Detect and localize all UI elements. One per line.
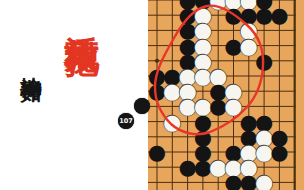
board-point bbox=[226, 68, 241, 83]
board-point: ● bbox=[226, 159, 241, 174]
board-point: ● bbox=[256, 53, 271, 68]
board-point: ● bbox=[149, 68, 164, 83]
board-point: ● bbox=[180, 8, 195, 23]
board-point bbox=[287, 8, 302, 23]
board-grid: ●●●●●●●●●●●●●●●●●●●●●●●●●●●●●●●●●●●●●●●●… bbox=[149, 0, 302, 190]
text-panel: 把死棋救活 如何稀里糊涂地 bbox=[0, 0, 148, 190]
board-point bbox=[149, 129, 164, 144]
board-point: ● bbox=[256, 8, 271, 23]
board-point: ● bbox=[256, 144, 271, 159]
board-point bbox=[195, 84, 210, 99]
board-point: ● bbox=[211, 99, 226, 114]
board-point: ● bbox=[180, 99, 195, 114]
board-point bbox=[272, 99, 287, 114]
board-point: ● bbox=[195, 68, 210, 83]
board-point bbox=[180, 129, 195, 144]
board-point: ● bbox=[226, 175, 241, 190]
board-point bbox=[256, 68, 271, 83]
board-point: ● bbox=[211, 0, 226, 8]
board-point: ● bbox=[272, 129, 287, 144]
board-point bbox=[165, 175, 180, 190]
board-point bbox=[165, 0, 180, 8]
video-thumbnail: { "game": "go", "panel": { "title": "把死棋… bbox=[0, 0, 304, 190]
board-point bbox=[272, 159, 287, 174]
board-point: ● bbox=[195, 23, 210, 38]
board-point: ● bbox=[165, 84, 180, 99]
board-point bbox=[211, 175, 226, 190]
board-point bbox=[256, 99, 271, 114]
board-point bbox=[149, 159, 164, 174]
board-point bbox=[180, 144, 195, 159]
board-point: ● bbox=[211, 159, 226, 174]
board-point: ● bbox=[195, 144, 210, 159]
board-point bbox=[149, 0, 164, 8]
board-point bbox=[195, 175, 210, 190]
board-point: ● bbox=[211, 68, 226, 83]
board-point bbox=[287, 99, 302, 114]
board-point: ● bbox=[241, 144, 256, 159]
board-point: ● bbox=[180, 23, 195, 38]
board-point: ● bbox=[272, 8, 287, 23]
board-point bbox=[211, 53, 226, 68]
board-point: ● bbox=[149, 84, 164, 99]
board-point bbox=[241, 68, 256, 83]
board-point: ● bbox=[241, 175, 256, 190]
board-point bbox=[226, 114, 241, 129]
move-107-stone: 107 bbox=[118, 113, 134, 129]
board-point bbox=[272, 175, 287, 190]
board-point: ● bbox=[195, 38, 210, 53]
board-point bbox=[287, 114, 302, 129]
board-point: ● bbox=[241, 8, 256, 23]
white-stone: ● bbox=[255, 172, 273, 190]
board-point bbox=[149, 38, 164, 53]
black-stone: ● bbox=[224, 172, 242, 190]
board-point bbox=[226, 23, 241, 38]
board-point bbox=[256, 84, 271, 99]
board-point bbox=[149, 175, 164, 190]
board-point: ● bbox=[165, 68, 180, 83]
board-point bbox=[149, 114, 164, 129]
board-point: ● bbox=[241, 159, 256, 174]
board-point bbox=[272, 84, 287, 99]
board-point bbox=[165, 99, 180, 114]
black-stone: ● bbox=[240, 172, 258, 190]
board-point: ● bbox=[241, 23, 256, 38]
board-point: ● bbox=[195, 114, 210, 129]
board-point bbox=[272, 53, 287, 68]
move-number-label: 107 bbox=[119, 117, 133, 125]
board-point bbox=[165, 38, 180, 53]
board-point bbox=[287, 23, 302, 38]
board-point bbox=[180, 114, 195, 129]
board-point: ● bbox=[180, 68, 195, 83]
board-point bbox=[287, 144, 302, 159]
board-point bbox=[287, 159, 302, 174]
board-point: ● bbox=[226, 8, 241, 23]
board-point bbox=[211, 8, 226, 23]
board-point bbox=[287, 175, 302, 190]
board-point: ● bbox=[195, 159, 210, 174]
board-point bbox=[272, 114, 287, 129]
board-point: ● bbox=[226, 144, 241, 159]
board-point bbox=[272, 23, 287, 38]
board-point: ● bbox=[226, 0, 241, 8]
board-point: ● bbox=[272, 144, 287, 159]
board-point bbox=[256, 38, 271, 53]
board-point: ● bbox=[256, 175, 271, 190]
board-point: ● bbox=[180, 84, 195, 99]
board-point bbox=[165, 144, 180, 159]
board-point bbox=[272, 68, 287, 83]
board-point: ● bbox=[180, 159, 195, 174]
board-point bbox=[149, 8, 164, 23]
board-point bbox=[287, 0, 302, 8]
board-point bbox=[287, 84, 302, 99]
board-point bbox=[226, 129, 241, 144]
board-point: ● bbox=[226, 99, 241, 114]
board-point: ● bbox=[195, 0, 210, 8]
board-point: ● bbox=[256, 114, 271, 129]
board-point bbox=[149, 53, 164, 68]
board-point: ● bbox=[195, 53, 210, 68]
board-point bbox=[165, 23, 180, 38]
board-point: ● bbox=[165, 114, 180, 129]
board-point bbox=[211, 23, 226, 38]
board-point bbox=[211, 129, 226, 144]
board-point bbox=[180, 175, 195, 190]
board-point bbox=[211, 114, 226, 129]
board-point: ● bbox=[180, 0, 195, 8]
board-point bbox=[165, 8, 180, 23]
board-point: ● bbox=[241, 114, 256, 129]
board-point: ● bbox=[241, 0, 256, 8]
board-point bbox=[287, 38, 302, 53]
board-point: ● bbox=[226, 84, 241, 99]
board-point bbox=[165, 159, 180, 174]
board-point: ● bbox=[195, 8, 210, 23]
board-point bbox=[211, 144, 226, 159]
board-point bbox=[149, 23, 164, 38]
board-point: ● bbox=[241, 38, 256, 53]
board-point: ● bbox=[256, 0, 271, 8]
board-point bbox=[149, 99, 164, 114]
board-point: ● bbox=[226, 38, 241, 53]
board-point bbox=[241, 84, 256, 99]
board-point: ● bbox=[180, 38, 195, 53]
board-point bbox=[272, 0, 287, 8]
board-point bbox=[226, 53, 241, 68]
black-stone-overflow bbox=[134, 98, 150, 114]
board-point: ● bbox=[195, 129, 210, 144]
go-board: ●●●●●●●●●●●●●●●●●●●●●●●●●●●●●●●●●●●●●●●●… bbox=[148, 0, 304, 190]
board-point bbox=[287, 129, 302, 144]
board-point bbox=[256, 23, 271, 38]
board-point: ● bbox=[256, 129, 271, 144]
board-point bbox=[287, 53, 302, 68]
board-point: ● bbox=[180, 53, 195, 68]
board-point bbox=[241, 53, 256, 68]
board-point bbox=[256, 159, 271, 174]
board-point: ● bbox=[211, 84, 226, 99]
board-point bbox=[165, 53, 180, 68]
board-point bbox=[241, 99, 256, 114]
board-point bbox=[211, 38, 226, 53]
board-point bbox=[287, 68, 302, 83]
board-point bbox=[272, 38, 287, 53]
board-point: ● bbox=[195, 99, 210, 114]
board-point: ● bbox=[149, 144, 164, 159]
board-point bbox=[165, 129, 180, 144]
board-point: ● bbox=[241, 129, 256, 144]
